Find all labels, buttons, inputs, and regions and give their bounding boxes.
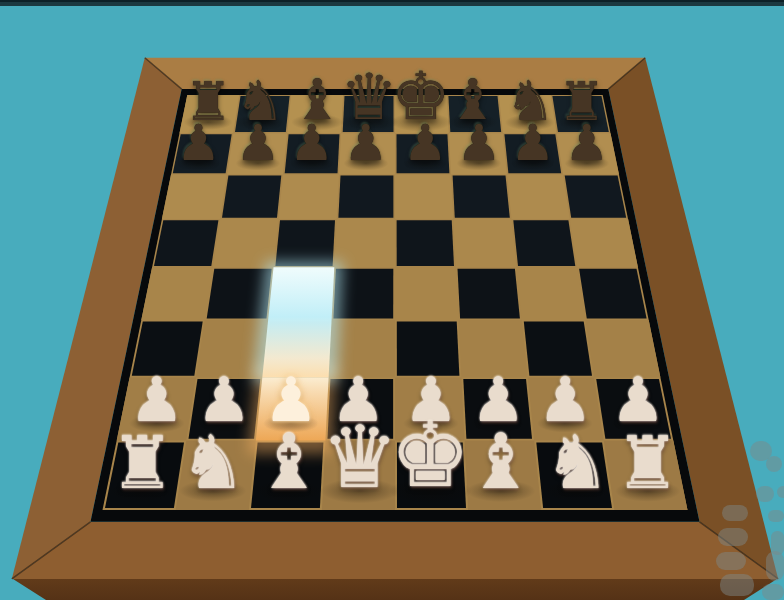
top-bar — [0, 0, 784, 6]
square-b5[interactable] — [213, 219, 279, 267]
square-e5[interactable] — [397, 220, 454, 266]
square-a4[interactable] — [141, 267, 213, 320]
move-highlight-beam-c3-c4 — [262, 267, 334, 377]
square-e6[interactable] — [395, 174, 453, 219]
square-d4[interactable] — [333, 269, 393, 319]
square-d5[interactable] — [334, 219, 395, 267]
square-f6[interactable] — [453, 176, 510, 218]
frame-near — [12, 522, 778, 579]
piece-white-queen-d1[interactable]: ♛ — [321, 415, 398, 501]
square-h5[interactable] — [570, 219, 638, 267]
piece-black-pawn-h7[interactable]: ♟ — [564, 119, 608, 169]
square-f4[interactable] — [458, 269, 520, 319]
square-f5[interactable] — [453, 219, 516, 267]
piece-black-pawn-b7[interactable]: ♟ — [236, 119, 280, 169]
piece-white-rook-h1[interactable]: ♜ — [615, 427, 680, 499]
square-e4[interactable] — [395, 267, 458, 320]
piece-white-bishop-f1[interactable]: ♝ — [467, 423, 535, 499]
square-g6[interactable] — [507, 174, 570, 219]
piece-white-bishop-c1[interactable]: ♝ — [255, 423, 323, 499]
piece-black-pawn-c7[interactable]: ♟ — [290, 119, 334, 169]
piece-white-rook-a1[interactable]: ♜ — [110, 427, 175, 499]
piece-white-knight-g1[interactable]: ♞ — [544, 425, 610, 499]
piece-black-pawn-d7[interactable]: ♟ — [343, 119, 387, 169]
piece-white-knight-b1[interactable]: ♞ — [180, 425, 246, 499]
piece-black-pawn-f7[interactable]: ♟ — [457, 119, 501, 169]
square-h4[interactable] — [579, 269, 647, 319]
square-c6[interactable] — [279, 174, 340, 219]
piece-black-pawn-e7[interactable]: ♟ — [403, 119, 447, 169]
square-b6[interactable] — [222, 176, 281, 218]
square-a5[interactable] — [154, 220, 218, 266]
piece-black-pawn-a7[interactable]: ♟ — [176, 119, 220, 169]
square-g5[interactable] — [513, 220, 575, 266]
square-h6[interactable] — [565, 176, 627, 218]
square-g4[interactable] — [517, 267, 586, 320]
square-d6[interactable] — [338, 176, 393, 218]
square-c5[interactable] — [275, 220, 335, 266]
square-a6[interactable] — [162, 174, 227, 219]
game-scene: ♜♞♝♛♚♝♞♜♟♟♟♟♟♟♟♟♟♟♟♟♟♟♟♟♜♞♝♛♚♝♞♜ — [0, 0, 784, 600]
piece-white-king-e1[interactable]: ♚ — [390, 411, 470, 501]
piece-black-pawn-g7[interactable]: ♟ — [511, 119, 555, 169]
